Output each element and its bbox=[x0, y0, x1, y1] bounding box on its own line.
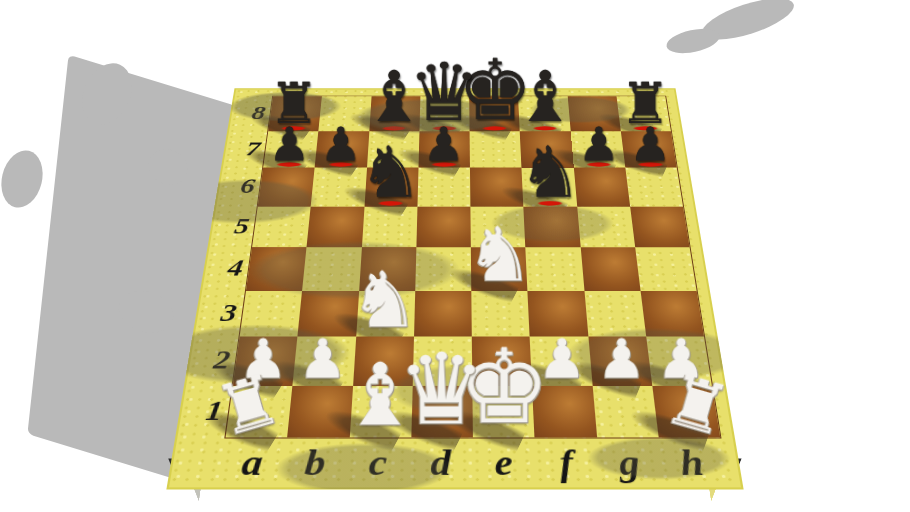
square-d7[interactable]: ♟ bbox=[418, 131, 470, 168]
square-c5[interactable] bbox=[361, 206, 417, 247]
square-d1[interactable]: ♛ bbox=[411, 385, 473, 437]
square-f6[interactable]: ♞ bbox=[522, 168, 577, 207]
file-label-b: b bbox=[281, 437, 348, 490]
square-h5[interactable] bbox=[630, 206, 690, 247]
file-label-e: e bbox=[472, 437, 536, 490]
piece-white-knight-e4[interactable]: ♞ bbox=[466, 220, 534, 289]
chess-board: 87654321 abcdefgh ♜♝♛♚♝♜♟♟♟♟♟♞♞♞♞♟♟♟♟♟♜♝… bbox=[166, 88, 743, 489]
square-d6[interactable] bbox=[417, 168, 470, 207]
file-label-d: d bbox=[409, 437, 473, 490]
file-labels: abcdefgh bbox=[217, 437, 727, 490]
square-a5[interactable] bbox=[252, 206, 311, 247]
chess-scene: 87654321 abcdefgh ♜♝♛♚♝♜♟♟♟♟♟♞♞♞♞♟♟♟♟♟♜♝… bbox=[0, 0, 910, 512]
piece-black-pawn-h7[interactable]: ♟ bbox=[630, 123, 672, 166]
square-f8[interactable]: ♝ bbox=[518, 96, 570, 131]
piece-white-queen-d1[interactable]: ♛ bbox=[398, 345, 486, 435]
square-f4[interactable] bbox=[526, 247, 584, 290]
piece-white-pawn-g2[interactable]: ♟ bbox=[598, 334, 647, 384]
square-e7[interactable] bbox=[470, 131, 522, 168]
piece-black-pawn-g7[interactable]: ♟ bbox=[578, 123, 620, 166]
piece-black-pawn-b7[interactable]: ♟ bbox=[320, 123, 362, 166]
file-label-c: c bbox=[345, 437, 410, 490]
square-a7[interactable]: ♟ bbox=[263, 131, 318, 168]
square-d4[interactable] bbox=[415, 247, 471, 290]
square-c6[interactable]: ♞ bbox=[364, 168, 418, 207]
square-a6[interactable] bbox=[258, 168, 315, 207]
square-e6[interactable] bbox=[470, 168, 524, 207]
file-label-a: a bbox=[217, 437, 286, 490]
piece-black-pawn-a7[interactable]: ♟ bbox=[268, 123, 310, 166]
square-g2[interactable]: ♟ bbox=[588, 337, 652, 386]
square-b5[interactable] bbox=[307, 206, 364, 247]
square-a4[interactable] bbox=[246, 247, 307, 290]
square-h7[interactable]: ♟ bbox=[621, 131, 677, 168]
file-label-h: h bbox=[657, 437, 727, 490]
perspective-scene: 87654321 abcdefgh ♜♝♛♚♝♜♟♟♟♟♟♞♞♞♞♟♟♟♟♟♜♝… bbox=[0, 0, 910, 512]
square-d5[interactable] bbox=[416, 206, 471, 247]
square-a1[interactable]: ♜ bbox=[226, 385, 293, 437]
piece-white-knight-c3[interactable]: ♞ bbox=[350, 263, 420, 334]
file-label-f: f bbox=[534, 437, 600, 490]
file-label-g: g bbox=[595, 437, 663, 490]
square-h6[interactable] bbox=[625, 168, 683, 207]
square-g4[interactable] bbox=[580, 247, 640, 290]
square-e4[interactable]: ♞ bbox=[471, 247, 528, 290]
piece-black-bishop-f8[interactable]: ♝ bbox=[514, 65, 577, 129]
square-g1[interactable] bbox=[592, 385, 658, 437]
square-h1[interactable]: ♜ bbox=[652, 385, 720, 437]
board-squares: ♜♝♛♚♝♜♟♟♟♟♟♞♞♞♞♟♟♟♟♟♜♝♛♚♜ bbox=[224, 96, 721, 439]
square-c3[interactable]: ♞ bbox=[356, 291, 415, 337]
piece-black-pawn-d7[interactable]: ♟ bbox=[423, 123, 465, 166]
square-g5[interactable] bbox=[577, 206, 635, 247]
rank-label-3: 3 bbox=[192, 290, 245, 336]
piece-black-knight-f6[interactable]: ♞ bbox=[518, 139, 582, 204]
piece-white-pawn-b2[interactable]: ♟ bbox=[299, 334, 348, 384]
piece-black-knight-c6[interactable]: ♞ bbox=[359, 139, 423, 204]
square-h4[interactable] bbox=[635, 247, 697, 290]
